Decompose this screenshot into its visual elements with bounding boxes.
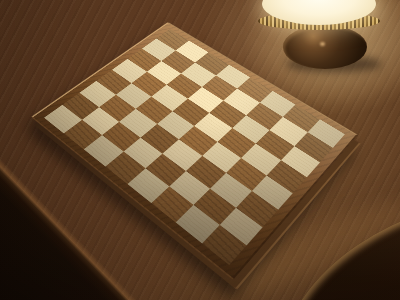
chessboard-wrap — [0, 0, 400, 300]
chessboard[interactable] — [31, 22, 358, 280]
board-squares — [44, 29, 345, 265]
scene — [0, 0, 400, 300]
